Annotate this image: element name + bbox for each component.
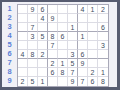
cell-r2c1[interactable] bbox=[18, 14, 28, 23]
cell-r9c8[interactable]: 6 bbox=[88, 77, 98, 86]
cell-r9c1[interactable]: 2 bbox=[18, 77, 28, 86]
cell-r8c8[interactable]: 2 bbox=[88, 68, 98, 77]
row-label-8: 8 bbox=[3, 67, 16, 76]
cell-r8c5[interactable]: 8 bbox=[58, 68, 68, 77]
row-label-1: 1 bbox=[3, 4, 16, 13]
cell-r9c3[interactable]: 1 bbox=[38, 77, 48, 86]
cell-r7c7[interactable]: 9 bbox=[78, 59, 88, 68]
cell-r2c8[interactable] bbox=[88, 14, 98, 23]
row-label-3: 3 bbox=[3, 22, 16, 31]
cell-r9c7[interactable]: 7 bbox=[78, 77, 88, 86]
cell-r2c4[interactable]: 9 bbox=[48, 14, 58, 23]
cell-r6c3[interactable]: 2 bbox=[38, 50, 48, 59]
cell-r2c7[interactable] bbox=[78, 14, 88, 23]
cell-r7c1[interactable] bbox=[18, 59, 28, 68]
cell-r5c4[interactable]: 7 bbox=[48, 41, 58, 50]
cell-r7c3[interactable] bbox=[38, 59, 48, 68]
cell-r8c3[interactable] bbox=[38, 68, 48, 77]
cell-r8c7[interactable] bbox=[78, 68, 88, 77]
cell-r1c8[interactable]: 1 bbox=[88, 5, 98, 14]
row-label-5: 5 bbox=[3, 40, 16, 49]
row-labels: 123456789 bbox=[3, 4, 16, 85]
row-label-6: 6 bbox=[3, 49, 16, 58]
cell-r1c2[interactable]: 9 bbox=[28, 5, 38, 14]
cell-r8c4[interactable]: 6 bbox=[48, 68, 58, 77]
cell-r9c5[interactable] bbox=[58, 77, 68, 86]
sudoku-board[interactable]: 96412497163586173482362159687212519768 bbox=[17, 4, 109, 87]
cell-r2c3[interactable]: 4 bbox=[38, 14, 48, 23]
cell-r3c1[interactable] bbox=[18, 23, 28, 32]
cell-r8c9[interactable]: 1 bbox=[98, 68, 108, 77]
cell-r1c1[interactable] bbox=[18, 5, 28, 14]
cell-r3c8[interactable] bbox=[88, 23, 98, 32]
cell-r4c2[interactable]: 3 bbox=[28, 32, 38, 41]
cell-r1c6[interactable] bbox=[68, 5, 78, 14]
cell-r8c1[interactable] bbox=[18, 68, 28, 77]
row-label-4: 4 bbox=[3, 31, 16, 40]
cell-r5c8[interactable] bbox=[88, 41, 98, 50]
cell-r3c6[interactable]: 1 bbox=[68, 23, 78, 32]
row-label-2: 2 bbox=[3, 13, 16, 22]
cell-r6c2[interactable]: 8 bbox=[28, 50, 38, 59]
cell-r9c4[interactable] bbox=[48, 77, 58, 86]
cell-r4c3[interactable]: 5 bbox=[38, 32, 48, 41]
cell-r5c9[interactable]: 3 bbox=[98, 41, 108, 50]
cell-r1c5[interactable] bbox=[58, 5, 68, 14]
app-window: 123456789 964124971635861734823621596872… bbox=[0, 0, 120, 90]
row-label-7: 7 bbox=[3, 58, 16, 67]
cell-r9c2[interactable]: 5 bbox=[28, 77, 38, 86]
cell-r7c2[interactable] bbox=[28, 59, 38, 68]
cell-r4c1[interactable] bbox=[18, 32, 28, 41]
cell-r8c6[interactable]: 7 bbox=[68, 68, 78, 77]
cell-r9c9[interactable]: 8 bbox=[98, 77, 108, 86]
cell-r6c9[interactable] bbox=[98, 50, 108, 59]
cell-r6c8[interactable] bbox=[88, 50, 98, 59]
cell-r8c2[interactable] bbox=[28, 68, 38, 77]
cell-r4c8[interactable] bbox=[88, 32, 98, 41]
cell-r4c6[interactable] bbox=[68, 32, 78, 41]
cell-r4c5[interactable]: 6 bbox=[58, 32, 68, 41]
cell-r2c5[interactable] bbox=[58, 14, 68, 23]
cell-r5c5[interactable] bbox=[58, 41, 68, 50]
row-label-9: 9 bbox=[3, 76, 16, 85]
cell-r3c9[interactable]: 6 bbox=[98, 23, 108, 32]
cell-r1c7[interactable]: 4 bbox=[78, 5, 88, 14]
cell-r9c6[interactable]: 9 bbox=[68, 77, 78, 86]
cell-r6c1[interactable]: 4 bbox=[18, 50, 28, 59]
cell-r4c7[interactable]: 1 bbox=[78, 32, 88, 41]
cell-r1c9[interactable]: 2 bbox=[98, 5, 108, 14]
